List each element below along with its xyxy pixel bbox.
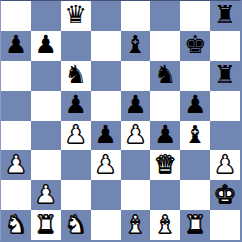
piece-white-knight[interactable]: ♞ <box>64 212 86 237</box>
square-a8[interactable] <box>1 1 31 31</box>
square-g2[interactable] <box>180 180 210 210</box>
square-a4[interactable] <box>1 121 31 151</box>
square-d4[interactable]: ♟ <box>91 121 121 151</box>
piece-black-knight[interactable]: ♞ <box>64 62 86 87</box>
square-b1[interactable]: ♜ <box>31 210 61 240</box>
square-h6[interactable]: ♜ <box>210 61 240 91</box>
piece-white-rook[interactable]: ♜ <box>35 212 57 237</box>
piece-black-rook[interactable]: ♜ <box>214 62 236 87</box>
piece-white-pawn[interactable]: ♟ <box>214 152 236 177</box>
square-b3[interactable] <box>31 150 61 180</box>
square-g7[interactable]: ♚ <box>180 31 210 61</box>
piece-white-pawn[interactable]: ♟ <box>94 152 116 177</box>
piece-black-bishop[interactable]: ♝ <box>184 122 206 147</box>
square-d6[interactable] <box>91 61 121 91</box>
piece-white-pawn[interactable]: ♟ <box>5 152 27 177</box>
square-c3[interactable] <box>61 150 91 180</box>
square-b7[interactable]: ♟ <box>31 31 61 61</box>
square-h7[interactable] <box>210 31 240 61</box>
piece-black-rook[interactable]: ♜ <box>214 2 236 27</box>
piece-white-bishop[interactable]: ♝ <box>154 212 176 237</box>
piece-white-pawn[interactable]: ♟ <box>64 122 86 147</box>
square-h1[interactable] <box>210 210 240 240</box>
square-g1[interactable]: ♜ <box>180 210 210 240</box>
square-d2[interactable] <box>91 180 121 210</box>
square-f6[interactable]: ♞ <box>150 61 180 91</box>
square-c5[interactable]: ♟ <box>61 91 91 121</box>
piece-black-bishop[interactable]: ♝ <box>124 32 146 57</box>
square-a5[interactable] <box>1 91 31 121</box>
piece-white-bishop[interactable]: ♝ <box>124 212 146 237</box>
square-g8[interactable] <box>180 1 210 31</box>
square-d8[interactable] <box>91 1 121 31</box>
piece-white-rook[interactable]: ♜ <box>184 212 206 237</box>
square-g3[interactable] <box>180 150 210 180</box>
piece-black-pawn[interactable]: ♟ <box>5 32 27 57</box>
square-e1[interactable]: ♝ <box>121 210 151 240</box>
square-h3[interactable]: ♟ <box>210 150 240 180</box>
square-e6[interactable] <box>121 61 151 91</box>
square-e2[interactable] <box>121 180 151 210</box>
piece-black-knight[interactable]: ♞ <box>154 62 176 87</box>
square-c8[interactable]: ♛ <box>61 1 91 31</box>
square-c2[interactable] <box>61 180 91 210</box>
piece-white-knight[interactable]: ♞ <box>5 212 27 237</box>
square-g5[interactable]: ♟ <box>180 91 210 121</box>
square-a2[interactable] <box>1 180 31 210</box>
piece-white-queen[interactable]: ♛ <box>154 152 176 177</box>
square-f7[interactable] <box>150 31 180 61</box>
square-b5[interactable] <box>31 91 61 121</box>
square-b2[interactable]: ♟ <box>31 180 61 210</box>
piece-black-queen[interactable]: ♛ <box>64 2 86 27</box>
piece-black-king[interactable]: ♚ <box>184 32 206 57</box>
square-d7[interactable] <box>91 31 121 61</box>
square-c6[interactable]: ♞ <box>61 61 91 91</box>
piece-black-pawn[interactable]: ♟ <box>64 92 86 117</box>
square-c1[interactable]: ♞ <box>61 210 91 240</box>
square-f2[interactable] <box>150 180 180 210</box>
piece-black-pawn[interactable]: ♟ <box>184 92 206 117</box>
square-f8[interactable] <box>150 1 180 31</box>
square-c4[interactable]: ♟ <box>61 121 91 151</box>
square-f4[interactable]: ♟ <box>150 121 180 151</box>
piece-white-king[interactable]: ♚ <box>214 182 236 207</box>
square-h8[interactable]: ♜ <box>210 1 240 31</box>
square-e3[interactable] <box>121 150 151 180</box>
square-d5[interactable] <box>91 91 121 121</box>
square-b4[interactable] <box>31 121 61 151</box>
square-b8[interactable] <box>31 1 61 31</box>
square-e4[interactable]: ♟ <box>121 121 151 151</box>
piece-black-pawn[interactable]: ♟ <box>124 92 146 117</box>
piece-black-pawn[interactable]: ♟ <box>35 32 57 57</box>
square-h5[interactable] <box>210 91 240 121</box>
square-g4[interactable]: ♝ <box>180 121 210 151</box>
piece-black-pawn[interactable]: ♟ <box>94 122 116 147</box>
square-f5[interactable] <box>150 91 180 121</box>
chess-board: ♛♜♟♟♝♚♞♞♜♟♟♟♟♟♟♟♝♟♟♛♟♟♚♞♜♞♝♝♜ <box>0 0 242 242</box>
piece-black-pawn[interactable]: ♟ <box>154 122 176 147</box>
piece-white-pawn[interactable]: ♟ <box>124 122 146 147</box>
square-f3[interactable]: ♛ <box>150 150 180 180</box>
square-e7[interactable]: ♝ <box>121 31 151 61</box>
square-g6[interactable] <box>180 61 210 91</box>
square-h4[interactable] <box>210 121 240 151</box>
square-h2[interactable]: ♚ <box>210 180 240 210</box>
square-e8[interactable] <box>121 1 151 31</box>
square-d3[interactable]: ♟ <box>91 150 121 180</box>
square-b6[interactable] <box>31 61 61 91</box>
square-a7[interactable]: ♟ <box>1 31 31 61</box>
square-a6[interactable] <box>1 61 31 91</box>
square-d1[interactable] <box>91 210 121 240</box>
square-e5[interactable]: ♟ <box>121 91 151 121</box>
square-a3[interactable]: ♟ <box>1 150 31 180</box>
square-c7[interactable] <box>61 31 91 61</box>
square-f1[interactable]: ♝ <box>150 210 180 240</box>
square-a1[interactable]: ♞ <box>1 210 31 240</box>
piece-white-pawn[interactable]: ♟ <box>35 182 57 207</box>
